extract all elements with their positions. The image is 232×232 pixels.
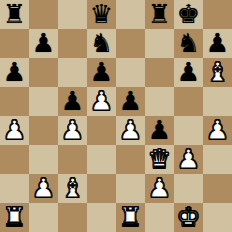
square-h5[interactable] [203,87,232,116]
black-pawn[interactable]: ♟ [177,58,200,87]
white-pawn[interactable]: ♟ [61,116,84,145]
black-pawn[interactable]: ♟ [3,58,26,87]
chessboard: ♜♛♜♚♟♞♞♟♟♟♟♝♟♟♟♟♟♟♟♟♛♟♟♝♟♜♜♚ [0,0,232,232]
square-h3[interactable] [203,145,232,174]
square-h2[interactable] [203,174,232,203]
white-bishop[interactable]: ♝ [61,174,84,203]
square-e6[interactable] [116,58,145,87]
square-f2[interactable]: ♟ [145,174,174,203]
black-knight[interactable]: ♞ [177,29,200,58]
square-b5[interactable] [29,87,58,116]
square-c7[interactable] [58,29,87,58]
square-b7[interactable]: ♟ [29,29,58,58]
square-a3[interactable] [0,145,29,174]
square-c1[interactable] [58,203,87,232]
square-e1[interactable]: ♜ [116,203,145,232]
square-f1[interactable] [145,203,174,232]
square-d1[interactable] [87,203,116,232]
white-king[interactable]: ♚ [177,203,200,232]
black-pawn[interactable]: ♟ [119,87,142,116]
square-h6[interactable]: ♝ [203,58,232,87]
white-pawn[interactable]: ♟ [177,145,200,174]
square-b8[interactable] [29,0,58,29]
square-d7[interactable]: ♞ [87,29,116,58]
square-e4[interactable]: ♟ [116,116,145,145]
square-e2[interactable] [116,174,145,203]
square-f7[interactable] [145,29,174,58]
black-king[interactable]: ♚ [177,0,200,29]
square-g8[interactable]: ♚ [174,0,203,29]
square-a8[interactable]: ♜ [0,0,29,29]
white-pawn[interactable]: ♟ [148,174,171,203]
square-b4[interactable] [29,116,58,145]
chessboard-window: ♜♛♜♚♟♞♞♟♟♟♟♝♟♟♟♟♟♟♟♟♛♟♟♝♟♜♜♚ [0,0,232,232]
square-c5[interactable]: ♟ [58,87,87,116]
square-b2[interactable]: ♟ [29,174,58,203]
square-h8[interactable] [203,0,232,29]
black-queen[interactable]: ♛ [90,0,113,29]
square-e3[interactable] [116,145,145,174]
white-pawn[interactable]: ♟ [119,116,142,145]
white-pawn[interactable]: ♟ [3,116,26,145]
square-d3[interactable] [87,145,116,174]
white-pawn[interactable]: ♟ [206,116,229,145]
square-c2[interactable]: ♝ [58,174,87,203]
square-a2[interactable] [0,174,29,203]
square-b3[interactable] [29,145,58,174]
square-g5[interactable] [174,87,203,116]
square-g4[interactable] [174,116,203,145]
white-queen[interactable]: ♛ [148,145,171,174]
square-c3[interactable] [58,145,87,174]
square-c4[interactable]: ♟ [58,116,87,145]
square-a6[interactable]: ♟ [0,58,29,87]
black-knight[interactable]: ♞ [90,29,113,58]
black-pawn[interactable]: ♟ [32,29,55,58]
square-a5[interactable] [0,87,29,116]
square-h4[interactable]: ♟ [203,116,232,145]
square-f3[interactable]: ♛ [145,145,174,174]
white-pawn[interactable]: ♟ [90,87,113,116]
square-g6[interactable]: ♟ [174,58,203,87]
black-pawn[interactable]: ♟ [61,87,84,116]
white-pawn[interactable]: ♟ [32,174,55,203]
square-b1[interactable] [29,203,58,232]
black-pawn[interactable]: ♟ [206,29,229,58]
square-f5[interactable] [145,87,174,116]
square-c8[interactable] [58,0,87,29]
square-f8[interactable]: ♜ [145,0,174,29]
square-d6[interactable]: ♟ [87,58,116,87]
square-h7[interactable]: ♟ [203,29,232,58]
square-d5[interactable]: ♟ [87,87,116,116]
square-e8[interactable] [116,0,145,29]
square-e7[interactable] [116,29,145,58]
square-d2[interactable] [87,174,116,203]
square-f6[interactable] [145,58,174,87]
square-g7[interactable]: ♞ [174,29,203,58]
square-a7[interactable] [0,29,29,58]
square-a4[interactable]: ♟ [0,116,29,145]
square-f4[interactable]: ♟ [145,116,174,145]
white-rook[interactable]: ♜ [3,203,26,232]
square-h1[interactable] [203,203,232,232]
white-rook[interactable]: ♜ [119,203,142,232]
square-c6[interactable] [58,58,87,87]
square-g2[interactable] [174,174,203,203]
square-d8[interactable]: ♛ [87,0,116,29]
square-b6[interactable] [29,58,58,87]
black-rook[interactable]: ♜ [148,0,171,29]
square-d4[interactable] [87,116,116,145]
square-g3[interactable]: ♟ [174,145,203,174]
black-rook[interactable]: ♜ [3,0,26,29]
square-g1[interactable]: ♚ [174,203,203,232]
square-e5[interactable]: ♟ [116,87,145,116]
black-pawn[interactable]: ♟ [148,116,171,145]
black-pawn[interactable]: ♟ [90,58,113,87]
white-bishop[interactable]: ♝ [206,58,229,87]
square-a1[interactable]: ♜ [0,203,29,232]
